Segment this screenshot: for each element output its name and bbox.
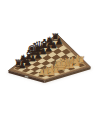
black-pawn: ♟ — [18, 61, 26, 70]
white-rook: ♜ — [41, 68, 50, 78]
chess-set-photo: ♜♞♝♛♚♝♞♜♟♟♟♟♟♟♟♟♟♟♟♟♟♟♟♟♜♞♝♛♚♝♞♜ — [0, 0, 95, 126]
pieces-layer: ♜♞♝♛♚♝♞♜♟♟♟♟♟♟♟♟♟♟♟♟♟♟♟♟♜♞♝♛♚♝♞♜ — [0, 0, 95, 126]
